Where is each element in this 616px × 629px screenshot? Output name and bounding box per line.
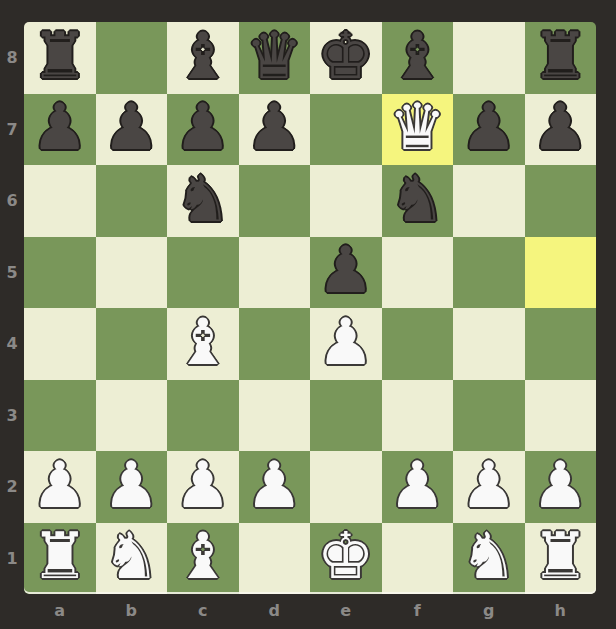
square-h7[interactable]: ♟ [525, 94, 597, 166]
square-a1[interactable]: ♜ [24, 523, 96, 595]
rank-label-1: 1 [0, 523, 24, 595]
square-f6[interactable]: ♞ [382, 165, 454, 237]
piece-black-queen[interactable]: ♛ [246, 24, 303, 88]
square-f3[interactable] [382, 380, 454, 452]
piece-white-queen[interactable]: ♛ [389, 95, 446, 159]
square-e6[interactable] [310, 165, 382, 237]
square-a7[interactable]: ♟ [24, 94, 96, 166]
piece-white-knight[interactable]: ♞ [103, 524, 160, 588]
square-b4[interactable] [96, 308, 168, 380]
rank-label-8: 8 [0, 22, 24, 94]
square-g3[interactable] [453, 380, 525, 452]
piece-white-knight[interactable]: ♞ [460, 524, 517, 588]
square-g7[interactable]: ♟ [453, 94, 525, 166]
square-g2[interactable]: ♟ [453, 451, 525, 523]
square-h2[interactable]: ♟ [525, 451, 597, 523]
square-f8[interactable]: ♝ [382, 22, 454, 94]
file-label-f: f [382, 594, 454, 626]
piece-black-pawn[interactable]: ♟ [532, 95, 589, 159]
square-e7[interactable] [310, 94, 382, 166]
square-a8[interactable]: ♜ [24, 22, 96, 94]
square-g8[interactable] [453, 22, 525, 94]
square-c8[interactable]: ♝ [167, 22, 239, 94]
file-label-d: d [239, 594, 311, 626]
square-a4[interactable] [24, 308, 96, 380]
square-c2[interactable]: ♟ [167, 451, 239, 523]
square-f1[interactable] [382, 523, 454, 595]
square-g5[interactable] [453, 237, 525, 309]
square-b6[interactable] [96, 165, 168, 237]
piece-black-bishop[interactable]: ♝ [174, 24, 231, 88]
square-d8[interactable]: ♛ [239, 22, 311, 94]
square-e5[interactable]: ♟ [310, 237, 382, 309]
square-c4[interactable]: ♝ [167, 308, 239, 380]
file-label-h: h [525, 594, 597, 626]
piece-white-pawn[interactable]: ♟ [532, 453, 589, 517]
piece-black-knight[interactable]: ♞ [389, 167, 446, 231]
file-label-c: c [167, 594, 239, 626]
piece-black-knight[interactable]: ♞ [174, 167, 231, 231]
piece-white-pawn[interactable]: ♟ [317, 310, 374, 374]
piece-white-bishop[interactable]: ♝ [174, 524, 231, 588]
square-b3[interactable] [96, 380, 168, 452]
square-a6[interactable] [24, 165, 96, 237]
piece-white-pawn[interactable]: ♟ [460, 453, 517, 517]
rank-label-7: 7 [0, 94, 24, 166]
square-h8[interactable]: ♜ [525, 22, 597, 94]
piece-white-king[interactable]: ♚ [317, 524, 374, 588]
piece-black-pawn[interactable]: ♟ [103, 95, 160, 159]
square-b2[interactable]: ♟ [96, 451, 168, 523]
piece-white-pawn[interactable]: ♟ [103, 453, 160, 517]
piece-black-pawn[interactable]: ♟ [317, 238, 374, 302]
square-d2[interactable]: ♟ [239, 451, 311, 523]
file-label-e: e [310, 594, 382, 626]
piece-white-pawn[interactable]: ♟ [246, 453, 303, 517]
square-d7[interactable]: ♟ [239, 94, 311, 166]
piece-white-rook[interactable]: ♜ [532, 524, 589, 588]
square-c3[interactable] [167, 380, 239, 452]
rank-label-4: 4 [0, 308, 24, 380]
square-a2[interactable]: ♟ [24, 451, 96, 523]
square-f7[interactable]: ♛ [382, 94, 454, 166]
rank-label-5: 5 [0, 237, 24, 309]
piece-white-bishop[interactable]: ♝ [174, 310, 231, 374]
square-c1[interactable]: ♝ [167, 523, 239, 595]
piece-white-rook[interactable]: ♜ [31, 524, 88, 588]
chess-board[interactable]: ♜♝♛♚♝♜♟♟♟♟♛♟♟♞♞♟♝♟♟♟♟♟♟♟♟♜♞♝♚♞♜ [24, 22, 596, 594]
square-d1[interactable] [239, 523, 311, 595]
square-e2[interactable] [310, 451, 382, 523]
rank-labels: 87654321 [0, 22, 24, 594]
square-d4[interactable] [239, 308, 311, 380]
square-g4[interactable] [453, 308, 525, 380]
rank-label-2: 2 [0, 451, 24, 523]
square-d5[interactable] [239, 237, 311, 309]
square-b5[interactable] [96, 237, 168, 309]
square-c7[interactable]: ♟ [167, 94, 239, 166]
square-b1[interactable]: ♞ [96, 523, 168, 595]
square-f4[interactable] [382, 308, 454, 380]
square-h3[interactable] [525, 380, 597, 452]
square-g6[interactable] [453, 165, 525, 237]
square-e4[interactable]: ♟ [310, 308, 382, 380]
square-h4[interactable] [525, 308, 597, 380]
square-d6[interactable] [239, 165, 311, 237]
square-d3[interactable] [239, 380, 311, 452]
piece-black-pawn[interactable]: ♟ [460, 95, 517, 159]
square-f2[interactable]: ♟ [382, 451, 454, 523]
piece-black-king[interactable]: ♚ [317, 24, 374, 88]
square-h5[interactable] [525, 237, 597, 309]
square-g1[interactable]: ♞ [453, 523, 525, 595]
file-label-b: b [96, 594, 168, 626]
piece-white-pawn[interactable]: ♟ [31, 453, 88, 517]
square-b7[interactable]: ♟ [96, 94, 168, 166]
square-h1[interactable]: ♜ [525, 523, 597, 595]
piece-black-rook[interactable]: ♜ [532, 24, 589, 88]
square-e8[interactable]: ♚ [310, 22, 382, 94]
square-e3[interactable] [310, 380, 382, 452]
square-c6[interactable]: ♞ [167, 165, 239, 237]
square-h6[interactable] [525, 165, 597, 237]
rank-label-6: 6 [0, 165, 24, 237]
piece-black-bishop[interactable]: ♝ [389, 24, 446, 88]
square-c5[interactable] [167, 237, 239, 309]
square-a5[interactable] [24, 237, 96, 309]
piece-black-pawn[interactable]: ♟ [246, 95, 303, 159]
rank-label-3: 3 [0, 380, 24, 452]
piece-black-rook[interactable]: ♜ [31, 24, 88, 88]
piece-black-pawn[interactable]: ♟ [174, 95, 231, 159]
file-labels: abcdefgh [24, 594, 596, 626]
square-f5[interactable] [382, 237, 454, 309]
piece-white-pawn[interactable]: ♟ [174, 453, 231, 517]
piece-black-pawn[interactable]: ♟ [31, 95, 88, 159]
piece-white-pawn[interactable]: ♟ [389, 453, 446, 517]
square-e1[interactable]: ♚ [310, 523, 382, 595]
square-b8[interactable] [96, 22, 168, 94]
square-a3[interactable] [24, 380, 96, 452]
file-label-a: a [24, 594, 96, 626]
file-label-g: g [453, 594, 525, 626]
